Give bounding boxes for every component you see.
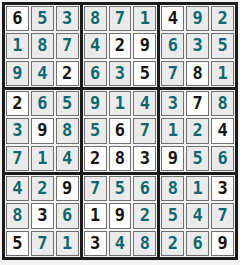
cell-r8c3[interactable]: 6 — [56, 203, 79, 228]
cell-r9c9[interactable]: 9 — [211, 231, 234, 256]
cell-r7c5[interactable]: 5 — [109, 176, 132, 201]
cell-r9c2[interactable]: 7 — [31, 231, 54, 256]
cell-r6c5[interactable]: 8 — [109, 146, 132, 171]
cell-r4c3[interactable]: 5 — [56, 91, 79, 116]
cell-r9c7[interactable]: 2 — [161, 231, 184, 256]
cell-r4c7[interactable]: 3 — [161, 91, 184, 116]
cell-r4c9[interactable]: 8 — [211, 91, 234, 116]
cell-r2c8[interactable]: 3 — [186, 33, 209, 58]
cell-r5c6[interactable]: 7 — [133, 118, 156, 143]
cell-r8c1[interactable]: 8 — [6, 203, 29, 228]
cell-r4c5[interactable]: 1 — [109, 91, 132, 116]
cell-r2c5[interactable]: 2 — [109, 33, 132, 58]
cell-r6c4[interactable]: 2 — [84, 146, 107, 171]
cell-r9c5[interactable]: 4 — [109, 231, 132, 256]
cell-r1c3[interactable]: 3 — [56, 6, 79, 31]
cell-r7c1[interactable]: 4 — [6, 176, 29, 201]
box-r2c1: 265398714 — [5, 90, 80, 172]
cell-r7c7[interactable]: 8 — [161, 176, 184, 201]
cell-r5c7[interactable]: 1 — [161, 118, 184, 143]
cell-r7c9[interactable]: 3 — [211, 176, 234, 201]
cell-r5c2[interactable]: 9 — [31, 118, 54, 143]
cell-r6c7[interactable]: 9 — [161, 146, 184, 171]
cell-r1c5[interactable]: 7 — [109, 6, 132, 31]
cell-r6c8[interactable]: 5 — [186, 146, 209, 171]
cell-r1c4[interactable]: 8 — [84, 6, 107, 31]
cell-r1c1[interactable]: 6 — [6, 6, 29, 31]
cell-r1c9[interactable]: 2 — [211, 6, 234, 31]
cell-r3c7[interactable]: 7 — [161, 61, 184, 86]
cell-r5c3[interactable]: 8 — [56, 118, 79, 143]
cell-r7c3[interactable]: 9 — [56, 176, 79, 201]
cell-r4c2[interactable]: 6 — [31, 91, 54, 116]
cell-r6c9[interactable]: 6 — [211, 146, 234, 171]
cell-r9c3[interactable]: 1 — [56, 231, 79, 256]
cell-r8c5[interactable]: 9 — [109, 203, 132, 228]
cell-r4c4[interactable]: 9 — [84, 91, 107, 116]
cell-r6c1[interactable]: 7 — [6, 146, 29, 171]
cell-r4c1[interactable]: 2 — [6, 91, 29, 116]
cell-r8c9[interactable]: 7 — [211, 203, 234, 228]
cell-r2c9[interactable]: 5 — [211, 33, 234, 58]
cell-r5c5[interactable]: 6 — [109, 118, 132, 143]
cell-r7c2[interactable]: 2 — [31, 176, 54, 201]
cell-r2c7[interactable]: 6 — [161, 33, 184, 58]
cell-r6c2[interactable]: 1 — [31, 146, 54, 171]
cell-r3c3[interactable]: 2 — [56, 61, 79, 86]
cell-r2c6[interactable]: 9 — [133, 33, 156, 58]
cell-r8c8[interactable]: 4 — [186, 203, 209, 228]
box-r3c3: 813547269 — [160, 175, 235, 257]
cell-r1c2[interactable]: 5 — [31, 6, 54, 31]
cell-r5c4[interactable]: 5 — [84, 118, 107, 143]
cell-r3c6[interactable]: 5 — [133, 61, 156, 86]
cell-r3c4[interactable]: 6 — [84, 61, 107, 86]
box-r1c3: 492635781 — [160, 5, 235, 87]
cell-r9c4[interactable]: 3 — [84, 231, 107, 256]
box-r2c2: 914567283 — [83, 90, 158, 172]
cell-r1c6[interactable]: 1 — [133, 6, 156, 31]
cell-r5c1[interactable]: 3 — [6, 118, 29, 143]
cell-r8c6[interactable]: 2 — [133, 203, 156, 228]
cell-r8c7[interactable]: 5 — [161, 203, 184, 228]
cell-r7c8[interactable]: 1 — [186, 176, 209, 201]
cell-r6c3[interactable]: 4 — [56, 146, 79, 171]
box-r1c2: 871429635 — [83, 5, 158, 87]
cell-r9c6[interactable]: 8 — [133, 231, 156, 256]
cell-r2c4[interactable]: 4 — [84, 33, 107, 58]
box-r1c1: 653187942 — [5, 5, 80, 87]
cell-r8c2[interactable]: 3 — [31, 203, 54, 228]
cell-r5c9[interactable]: 4 — [211, 118, 234, 143]
cell-r6c6[interactable]: 3 — [133, 146, 156, 171]
box-r3c2: 756192348 — [83, 175, 158, 257]
cell-r9c8[interactable]: 6 — [186, 231, 209, 256]
cell-r8c4[interactable]: 1 — [84, 203, 107, 228]
cell-r2c1[interactable]: 1 — [6, 33, 29, 58]
cell-r3c5[interactable]: 3 — [109, 61, 132, 86]
sudoku-page: 6531879428714296354926357812653987149145… — [0, 0, 240, 265]
cell-r7c6[interactable]: 6 — [133, 176, 156, 201]
cell-r3c9[interactable]: 1 — [211, 61, 234, 86]
box-r3c1: 429836571 — [5, 175, 80, 257]
cell-r2c2[interactable]: 8 — [31, 33, 54, 58]
cell-r1c8[interactable]: 9 — [186, 6, 209, 31]
cell-r2c3[interactable]: 7 — [56, 33, 79, 58]
cell-r9c1[interactable]: 5 — [6, 231, 29, 256]
sudoku-board: 6531879428714296354926357812653987149145… — [2, 2, 238, 260]
cell-r3c2[interactable]: 4 — [31, 61, 54, 86]
cell-r3c8[interactable]: 8 — [186, 61, 209, 86]
cell-r4c8[interactable]: 7 — [186, 91, 209, 116]
box-r2c3: 378124956 — [160, 90, 235, 172]
cell-r3c1[interactable]: 9 — [6, 61, 29, 86]
cell-r5c8[interactable]: 2 — [186, 118, 209, 143]
cell-r7c4[interactable]: 7 — [84, 176, 107, 201]
cell-r1c7[interactable]: 4 — [161, 6, 184, 31]
cell-r4c6[interactable]: 4 — [133, 91, 156, 116]
